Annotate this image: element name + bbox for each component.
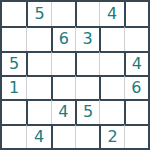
cell-r1c5-given[interactable]: 4: [99, 2, 123, 26]
cell-r5c4-given[interactable]: 5: [75, 99, 99, 123]
cell-r5c6-empty[interactable]: [124, 99, 148, 123]
cell-r5c1-empty[interactable]: [2, 99, 26, 123]
cell-r6c3-empty[interactable]: [51, 124, 75, 148]
cell-r4c1-given[interactable]: 1: [2, 75, 26, 99]
cell-r5c3-given[interactable]: 4: [51, 99, 75, 123]
cell-r2c6-empty[interactable]: [124, 26, 148, 50]
cell-r5c5-empty[interactable]: [99, 99, 123, 123]
cell-r4c2-empty[interactable]: [26, 75, 50, 99]
cell-r4c3-empty[interactable]: [51, 75, 75, 99]
cell-r1c1-empty[interactable]: [2, 2, 26, 26]
cell-r3c4-empty[interactable]: [75, 51, 99, 75]
cell-r6c4-empty[interactable]: [75, 124, 99, 148]
cell-r3c3-empty[interactable]: [51, 51, 75, 75]
cell-r3c5-empty[interactable]: [99, 51, 123, 75]
cell-r3c6-given[interactable]: 4: [124, 51, 148, 75]
cell-r1c3-empty[interactable]: [51, 2, 75, 26]
cell-r2c1-empty[interactable]: [2, 26, 26, 50]
cell-r6c6-empty[interactable]: [124, 124, 148, 148]
cell-r2c3-given[interactable]: 6: [51, 26, 75, 50]
cell-r1c2-given[interactable]: 5: [26, 2, 50, 26]
cell-r6c2-given[interactable]: 4: [26, 124, 50, 148]
cell-r1c6-empty[interactable]: [124, 2, 148, 26]
cell-r1c4-empty[interactable]: [75, 2, 99, 26]
cell-r6c1-empty[interactable]: [2, 124, 26, 148]
cell-r6c5-given[interactable]: 2: [99, 124, 123, 148]
cell-r4c4-empty[interactable]: [75, 75, 99, 99]
cell-r2c5-empty[interactable]: [99, 26, 123, 50]
sudoku-board: 546354164542: [0, 0, 150, 150]
cell-r5c2-empty[interactable]: [26, 99, 50, 123]
cell-r4c5-empty[interactable]: [99, 75, 123, 99]
cell-r3c2-empty[interactable]: [26, 51, 50, 75]
cell-r4c6-given[interactable]: 6: [124, 75, 148, 99]
cell-r2c4-given[interactable]: 3: [75, 26, 99, 50]
cell-r3c1-given[interactable]: 5: [2, 51, 26, 75]
cell-r2c2-empty[interactable]: [26, 26, 50, 50]
